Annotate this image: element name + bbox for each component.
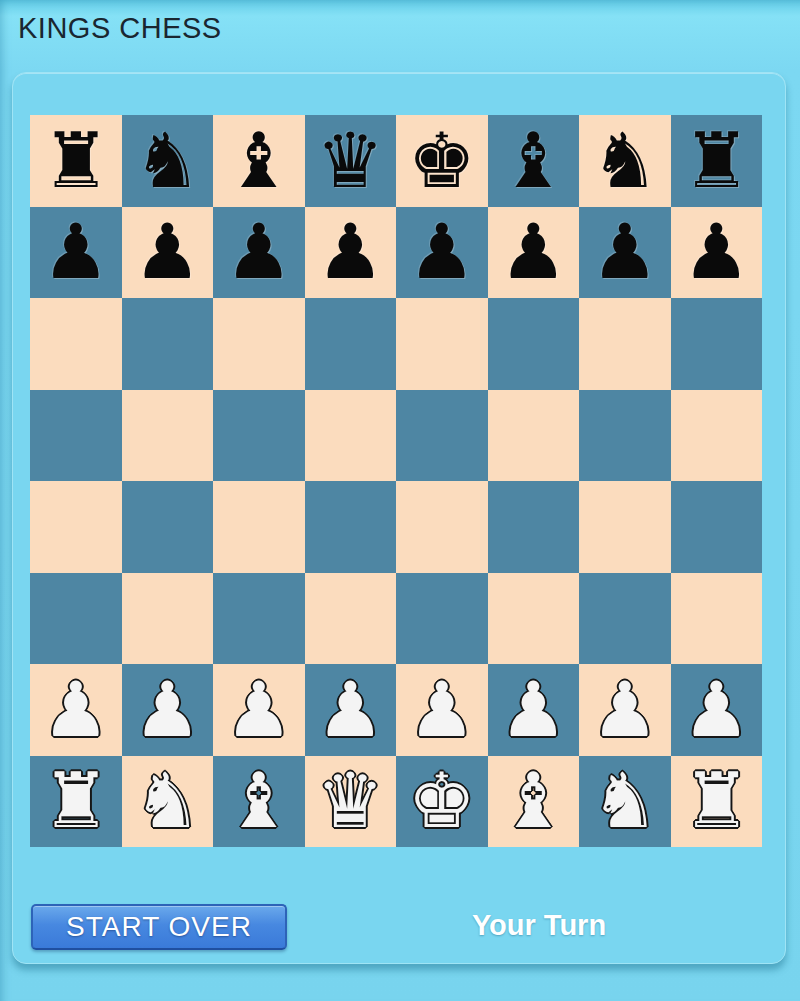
white-pawn[interactable]: ♟ [499, 672, 567, 748]
square-e3[interactable] [396, 573, 488, 665]
white-pawn[interactable]: ♟ [225, 672, 293, 748]
square-d2[interactable]: ♟ [305, 664, 397, 756]
white-pawn[interactable]: ♟ [42, 672, 110, 748]
page-title: KINGS CHESS [18, 12, 222, 45]
white-knight[interactable]: ♞ [133, 763, 201, 839]
black-rook[interactable]: ♜ [42, 123, 110, 199]
square-c8[interactable]: ♝ [213, 115, 305, 207]
square-h6[interactable] [671, 298, 763, 390]
square-a4[interactable] [30, 481, 122, 573]
square-e2[interactable]: ♟ [396, 664, 488, 756]
square-h2[interactable]: ♟ [671, 664, 763, 756]
square-f5[interactable] [488, 390, 580, 482]
black-knight[interactable]: ♞ [591, 123, 659, 199]
white-queen[interactable]: ♛ [316, 763, 384, 839]
white-king[interactable]: ♚ [408, 763, 476, 839]
square-c5[interactable] [213, 390, 305, 482]
square-h1[interactable]: ♜ [671, 756, 763, 848]
square-g7[interactable]: ♟ [579, 207, 671, 299]
square-b6[interactable] [122, 298, 214, 390]
square-h3[interactable] [671, 573, 763, 665]
square-c1[interactable]: ♝ [213, 756, 305, 848]
black-bishop[interactable]: ♝ [225, 123, 293, 199]
square-d5[interactable] [305, 390, 397, 482]
chess-board: ♜♞♝♛♚♝♞♜♟♟♟♟♟♟♟♟♟♟♟♟♟♟♟♟♜♞♝♛♚♝♞♜ [30, 115, 762, 847]
square-e1[interactable]: ♚ [396, 756, 488, 848]
black-pawn[interactable]: ♟ [225, 214, 293, 290]
square-a2[interactable]: ♟ [30, 664, 122, 756]
square-e4[interactable] [396, 481, 488, 573]
square-g4[interactable] [579, 481, 671, 573]
black-bishop[interactable]: ♝ [499, 123, 567, 199]
white-pawn[interactable]: ♟ [133, 672, 201, 748]
square-d1[interactable]: ♛ [305, 756, 397, 848]
square-a8[interactable]: ♜ [30, 115, 122, 207]
square-f8[interactable]: ♝ [488, 115, 580, 207]
square-c4[interactable] [213, 481, 305, 573]
square-g5[interactable] [579, 390, 671, 482]
white-knight[interactable]: ♞ [591, 763, 659, 839]
black-pawn[interactable]: ♟ [408, 214, 476, 290]
white-rook[interactable]: ♜ [42, 763, 110, 839]
square-b7[interactable]: ♟ [122, 207, 214, 299]
turn-status-text: Your Turn [374, 909, 704, 942]
square-g3[interactable] [579, 573, 671, 665]
square-h4[interactable] [671, 481, 763, 573]
square-f2[interactable]: ♟ [488, 664, 580, 756]
square-c2[interactable]: ♟ [213, 664, 305, 756]
square-e6[interactable] [396, 298, 488, 390]
black-queen[interactable]: ♛ [316, 123, 384, 199]
square-c6[interactable] [213, 298, 305, 390]
black-rook[interactable]: ♜ [682, 123, 750, 199]
square-f7[interactable]: ♟ [488, 207, 580, 299]
square-b1[interactable]: ♞ [122, 756, 214, 848]
square-d7[interactable]: ♟ [305, 207, 397, 299]
game-panel: ♜♞♝♛♚♝♞♜♟♟♟♟♟♟♟♟♟♟♟♟♟♟♟♟♜♞♝♛♚♝♞♜ START O… [12, 72, 786, 964]
square-a6[interactable] [30, 298, 122, 390]
black-pawn[interactable]: ♟ [499, 214, 567, 290]
square-h8[interactable]: ♜ [671, 115, 763, 207]
white-bishop[interactable]: ♝ [499, 763, 567, 839]
square-b3[interactable] [122, 573, 214, 665]
square-b2[interactable]: ♟ [122, 664, 214, 756]
white-pawn[interactable]: ♟ [316, 672, 384, 748]
white-pawn[interactable]: ♟ [682, 672, 750, 748]
square-h5[interactable] [671, 390, 763, 482]
black-pawn[interactable]: ♟ [682, 214, 750, 290]
white-rook[interactable]: ♜ [682, 763, 750, 839]
white-pawn[interactable]: ♟ [591, 672, 659, 748]
black-pawn[interactable]: ♟ [133, 214, 201, 290]
square-f4[interactable] [488, 481, 580, 573]
square-b5[interactable] [122, 390, 214, 482]
square-d6[interactable] [305, 298, 397, 390]
square-a5[interactable] [30, 390, 122, 482]
square-h7[interactable]: ♟ [671, 207, 763, 299]
black-pawn[interactable]: ♟ [591, 214, 659, 290]
square-a3[interactable] [30, 573, 122, 665]
square-g8[interactable]: ♞ [579, 115, 671, 207]
square-a1[interactable]: ♜ [30, 756, 122, 848]
white-bishop[interactable]: ♝ [225, 763, 293, 839]
black-pawn[interactable]: ♟ [42, 214, 110, 290]
square-d8[interactable]: ♛ [305, 115, 397, 207]
square-c7[interactable]: ♟ [213, 207, 305, 299]
square-g2[interactable]: ♟ [579, 664, 671, 756]
square-b4[interactable] [122, 481, 214, 573]
square-f6[interactable] [488, 298, 580, 390]
square-g6[interactable] [579, 298, 671, 390]
square-e5[interactable] [396, 390, 488, 482]
black-pawn[interactable]: ♟ [316, 214, 384, 290]
square-d3[interactable] [305, 573, 397, 665]
square-f1[interactable]: ♝ [488, 756, 580, 848]
square-f3[interactable] [488, 573, 580, 665]
square-c3[interactable] [213, 573, 305, 665]
start-over-button[interactable]: START OVER [31, 904, 287, 950]
black-king[interactable]: ♚ [408, 123, 476, 199]
square-b8[interactable]: ♞ [122, 115, 214, 207]
black-knight[interactable]: ♞ [133, 123, 201, 199]
white-pawn[interactable]: ♟ [408, 672, 476, 748]
square-e7[interactable]: ♟ [396, 207, 488, 299]
square-a7[interactable]: ♟ [30, 207, 122, 299]
square-g1[interactable]: ♞ [579, 756, 671, 848]
square-d4[interactable] [305, 481, 397, 573]
square-e8[interactable]: ♚ [396, 115, 488, 207]
